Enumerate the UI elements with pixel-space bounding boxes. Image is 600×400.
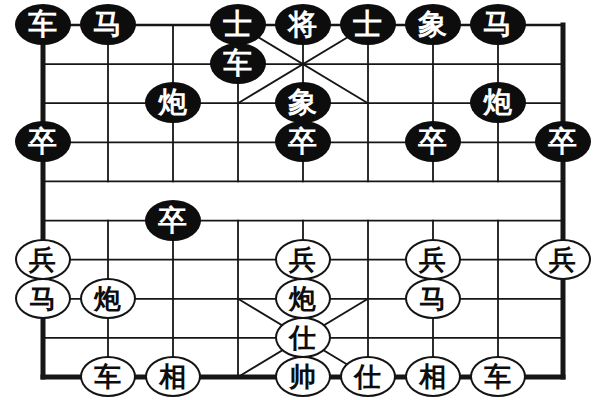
piece-black-elephant[interactable]: 象: [405, 4, 461, 45]
piece-black-horse[interactable]: 马: [470, 4, 526, 45]
piece-black-chariot[interactable]: 车: [15, 4, 71, 45]
piece-white-horse[interactable]: 马: [405, 278, 461, 319]
piece-white-soldier[interactable]: 兵: [275, 239, 331, 280]
piece-black-soldier[interactable]: 卒: [405, 121, 461, 162]
piece-white-soldier[interactable]: 兵: [405, 239, 461, 280]
piece-white-soldier[interactable]: 兵: [15, 239, 71, 280]
piece-white-general[interactable]: 帅: [275, 356, 331, 397]
piece-black-soldier[interactable]: 卒: [145, 200, 201, 241]
piece-white-elephant[interactable]: 相: [145, 356, 201, 397]
piece-black-soldier[interactable]: 卒: [275, 121, 331, 162]
piece-black-chariot[interactable]: 车: [210, 43, 266, 84]
piece-black-advisor[interactable]: 士: [340, 4, 396, 45]
piece-white-cannon[interactable]: 炮: [80, 278, 136, 319]
piece-black-cannon[interactable]: 炮: [145, 82, 201, 123]
piece-white-advisor[interactable]: 仕: [340, 356, 396, 397]
piece-white-soldier[interactable]: 兵: [535, 239, 591, 280]
xiangqi-diagram: 车马士将士象马车炮象炮卒卒卒卒卒兵兵兵兵马炮炮马仕车相帅仕相车: [0, 0, 600, 400]
piece-white-chariot[interactable]: 车: [470, 356, 526, 397]
piece-white-cannon[interactable]: 炮: [275, 278, 331, 319]
piece-white-horse[interactable]: 马: [15, 278, 71, 319]
pieces-grid: 车马士将士象马车炮象炮卒卒卒卒卒兵兵兵兵马炮炮马仕车相帅仕相车: [10, 5, 595, 396]
piece-black-elephant[interactable]: 象: [275, 82, 331, 123]
piece-black-advisor[interactable]: 士: [210, 4, 266, 45]
piece-black-soldier[interactable]: 卒: [15, 121, 71, 162]
piece-white-elephant[interactable]: 相: [405, 356, 461, 397]
piece-black-soldier[interactable]: 卒: [535, 121, 591, 162]
piece-white-advisor[interactable]: 仕: [275, 317, 331, 358]
piece-white-chariot[interactable]: 车: [80, 356, 136, 397]
piece-black-general[interactable]: 将: [275, 4, 331, 45]
piece-black-horse[interactable]: 马: [80, 4, 136, 45]
piece-black-cannon[interactable]: 炮: [470, 82, 526, 123]
